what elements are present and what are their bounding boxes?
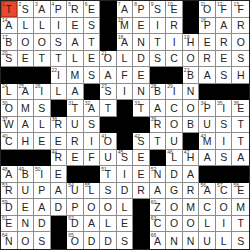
cell-r13c13[interactable]: C xyxy=(199,199,216,216)
cell-number: 18 xyxy=(118,35,124,40)
cell-r15c14[interactable]: L xyxy=(216,232,233,249)
cell-r14c15[interactable]: T xyxy=(232,216,249,233)
cell-r12c8[interactable]: D xyxy=(117,183,134,200)
cell-letter: O xyxy=(87,202,95,215)
block-cell-r14c9 xyxy=(133,216,150,233)
cell-r12c14[interactable]: 57C xyxy=(216,183,233,200)
cell-r5c8[interactable]: F xyxy=(117,67,134,84)
cell-letter: S xyxy=(88,20,95,33)
cell-r9c10[interactable]: T xyxy=(150,133,167,150)
cell-r15c1[interactable]: 64N xyxy=(1,232,18,249)
cell-r2c14[interactable]: A xyxy=(216,18,233,35)
cell-r12c6[interactable]: 55L xyxy=(84,183,101,200)
cell-letter: D xyxy=(38,218,46,231)
cell-letter: I xyxy=(123,169,126,182)
cell-number: 50 xyxy=(35,167,41,172)
cell-r3c12[interactable]: 19H xyxy=(183,34,200,51)
cell-letter: A xyxy=(71,37,78,50)
block-cell-r5c11 xyxy=(166,67,183,84)
cell-r12c7[interactable]: S xyxy=(100,183,117,200)
cell-r9c15[interactable]: T xyxy=(232,133,249,150)
cell-r6c3[interactable]: 26I xyxy=(34,84,51,101)
cell-r4c1[interactable]: 20S xyxy=(1,51,18,68)
cell-r6c4[interactable]: L xyxy=(51,84,68,101)
cell-number: 37 xyxy=(2,117,8,122)
cell-r5c4[interactable]: 22I xyxy=(51,67,68,84)
cell-r15c2[interactable]: O xyxy=(18,232,35,249)
cell-r6c5[interactable]: A xyxy=(67,84,84,101)
cell-r9c13[interactable]: 43M xyxy=(199,133,216,150)
cell-r6c12[interactable]: N xyxy=(183,84,200,101)
cell-r10c6[interactable]: F xyxy=(84,150,101,167)
cell-letter: I xyxy=(222,136,225,149)
cell-number: 31 xyxy=(68,101,74,106)
cell-r14c5[interactable]: 62D xyxy=(67,216,84,233)
cell-letter: A xyxy=(71,86,78,99)
cell-r14c6[interactable]: A xyxy=(84,216,101,233)
cell-r7c1[interactable]: 30O xyxy=(1,100,18,117)
cell-letter: N xyxy=(137,37,145,50)
block-cell-r10c2 xyxy=(18,150,35,167)
cell-r2c8[interactable]: 15M xyxy=(117,18,134,35)
cell-r9c2[interactable]: H xyxy=(18,133,35,150)
cell-letter: L xyxy=(204,218,210,231)
cell-letter: S xyxy=(38,236,45,249)
cell-r1c9[interactable]: 8P xyxy=(133,1,150,18)
cell-r14c2[interactable]: N xyxy=(18,216,35,233)
cell-letter: E xyxy=(22,202,29,215)
cell-letter: I xyxy=(156,20,159,33)
cell-number: 26 xyxy=(35,84,41,89)
cell-letter: S xyxy=(154,53,161,66)
cell-r11c1[interactable]: 48A xyxy=(1,166,18,183)
cell-number: 53 xyxy=(2,183,8,188)
cell-r12c9[interactable]: R xyxy=(133,183,150,200)
cell-r15c12[interactable]: N xyxy=(183,232,200,249)
cell-letter: I xyxy=(57,70,60,83)
cell-r4c8[interactable]: L xyxy=(117,51,134,68)
cell-r1c8[interactable]: 7A xyxy=(117,1,134,18)
cell-r15c7[interactable]: D xyxy=(100,232,117,249)
cell-r1c2[interactable]: 2S xyxy=(18,1,35,18)
cell-letter: E xyxy=(138,152,145,165)
cell-letter: R xyxy=(71,4,79,17)
cell-number: 14 xyxy=(2,18,8,23)
cell-letter: L xyxy=(72,53,78,66)
cell-r3c8[interactable]: 18A xyxy=(117,34,134,51)
cell-letter: R xyxy=(137,185,145,198)
cell-r15c3[interactable]: S xyxy=(34,232,51,249)
cell-r3c4[interactable]: S xyxy=(51,34,68,51)
cell-r2c13[interactable]: 16P xyxy=(199,18,216,35)
cell-r8c10[interactable]: 39R xyxy=(150,117,167,134)
cell-r14c1[interactable]: 61E xyxy=(1,216,18,233)
cell-r15c15[interactable]: S xyxy=(232,232,249,249)
cell-r9c9[interactable]: 42S xyxy=(133,133,150,150)
cell-number: 49 xyxy=(19,167,25,172)
cell-r7c14[interactable]: 35I xyxy=(216,100,233,117)
block-cell-r2c7 xyxy=(100,18,117,35)
cell-r4c9[interactable]: D xyxy=(133,51,150,68)
cell-r15c6[interactable]: D xyxy=(84,232,101,249)
cell-number: 30 xyxy=(2,101,8,106)
cell-r1c6[interactable]: 6E xyxy=(84,1,101,18)
cell-r14c10[interactable]: 63C xyxy=(150,216,167,233)
cell-r5c14[interactable]: S xyxy=(216,67,233,84)
cell-r2c10[interactable]: I xyxy=(150,18,167,35)
cell-r1c1[interactable]: 1T xyxy=(1,1,18,18)
cell-r9c1[interactable]: 40C xyxy=(1,133,18,150)
cell-r13c12[interactable]: M xyxy=(183,199,200,216)
cell-number: 61 xyxy=(2,216,8,221)
cell-r4c12[interactable]: O xyxy=(183,51,200,68)
cell-r1c14[interactable]: 12F xyxy=(216,1,233,18)
cell-r5c7[interactable]: A xyxy=(100,67,117,84)
cell-r13c6[interactable]: O xyxy=(84,199,101,216)
cell-r6c11[interactable]: 29I xyxy=(166,84,183,101)
cell-r3c1[interactable]: 17B xyxy=(1,34,18,51)
cell-r7c12[interactable]: O xyxy=(183,100,200,117)
cell-r15c13[interactable]: U xyxy=(199,232,216,249)
cell-letter: S xyxy=(220,152,227,165)
cell-r3c15[interactable]: O xyxy=(232,34,249,51)
cell-r10c5[interactable]: E xyxy=(67,150,84,167)
cell-r3c13[interactable]: E xyxy=(199,34,216,51)
cell-letter: I xyxy=(173,37,176,50)
crossword-grid: 1T2S3A4P5R6E7A8P9S10E11O12F13F14ALLIES15… xyxy=(0,0,250,250)
cell-r1c15[interactable]: 13F xyxy=(232,1,249,18)
cell-letter: D xyxy=(170,169,178,182)
cell-number: 36 xyxy=(233,101,239,106)
cell-r7c3[interactable]: S xyxy=(34,100,51,117)
cell-letter: S xyxy=(88,119,95,132)
cell-letter: T xyxy=(6,4,12,17)
cell-number: 24 xyxy=(2,84,8,89)
cell-r12c1[interactable]: 53R xyxy=(1,183,18,200)
cell-r4c5[interactable]: L xyxy=(67,51,84,68)
cell-letter: T xyxy=(238,218,244,231)
cell-r13c10[interactable]: 60Z xyxy=(150,199,167,216)
cell-r6c9[interactable]: N xyxy=(133,84,150,101)
cell-r6c7[interactable]: 27S xyxy=(100,84,117,101)
cell-r4c10[interactable]: S xyxy=(150,51,167,68)
cell-r14c14[interactable]: I xyxy=(216,216,233,233)
cell-letter: O xyxy=(187,53,195,66)
cell-letter: O xyxy=(170,202,178,215)
cell-letter: E xyxy=(55,169,62,182)
cell-letter: E xyxy=(55,136,62,149)
block-cell-r8c7 xyxy=(100,117,117,134)
cell-r5c15[interactable]: H xyxy=(232,67,249,84)
cell-number: 63 xyxy=(151,216,157,221)
cell-r15c8[interactable]: S xyxy=(117,232,134,249)
cell-r12c4[interactable]: A xyxy=(51,183,68,200)
cell-r10c8[interactable]: 45S xyxy=(117,150,134,167)
block-cell-r5c2 xyxy=(18,67,35,84)
cell-r13c14[interactable]: O xyxy=(216,199,233,216)
cell-r13c15[interactable]: M xyxy=(232,199,249,216)
cell-r11c4[interactable]: E xyxy=(51,166,68,183)
cell-r11c9[interactable]: E xyxy=(133,166,150,183)
cell-r9c4[interactable]: E xyxy=(51,133,68,150)
cell-r12c13[interactable]: 56A xyxy=(199,183,216,200)
block-cell-r11c6 xyxy=(84,166,101,183)
cell-r13c3[interactable]: A xyxy=(34,199,51,216)
cell-r2c4[interactable]: I xyxy=(51,18,68,35)
cell-r11c8[interactable]: I xyxy=(117,166,134,183)
cell-r12c2[interactable]: U xyxy=(18,183,35,200)
cell-number: 41 xyxy=(101,134,107,139)
cell-r10c7[interactable]: U xyxy=(100,150,117,167)
cell-r5c5[interactable]: M xyxy=(67,67,84,84)
cell-r15c5[interactable]: 65O xyxy=(67,232,84,249)
cell-letter: O xyxy=(170,218,178,231)
cell-letter: D xyxy=(137,53,145,66)
cell-number: 43 xyxy=(200,134,206,139)
cell-r11c12[interactable]: A xyxy=(183,166,200,183)
block-cell-r13c9 xyxy=(133,199,150,216)
cell-r10c11[interactable]: 46L xyxy=(166,150,183,167)
cell-letter: C xyxy=(170,103,178,116)
cell-r13c11[interactable]: O xyxy=(166,199,183,216)
cell-r11c10[interactable]: 52N xyxy=(150,166,167,183)
cell-r9c5[interactable]: R xyxy=(67,133,84,150)
cell-r10c12[interactable]: 47H xyxy=(183,150,200,167)
block-cell-r7c8 xyxy=(117,100,134,117)
cell-r2c11[interactable]: R xyxy=(166,18,183,35)
cell-r14c8[interactable]: E xyxy=(117,216,134,233)
cell-r2c1[interactable]: 14A xyxy=(1,18,18,35)
block-cell-r10c3 xyxy=(34,150,51,167)
cell-r4c15[interactable]: S xyxy=(232,51,249,68)
cell-r9c3[interactable]: E xyxy=(34,133,51,150)
cell-number: 56 xyxy=(200,183,206,188)
cell-r14c7[interactable]: L xyxy=(100,216,117,233)
cell-r1c13[interactable]: 11O xyxy=(199,1,216,18)
cell-r7c15[interactable]: 36E xyxy=(232,100,249,117)
cell-r14c3[interactable]: D xyxy=(34,216,51,233)
cell-r9c6[interactable]: I xyxy=(84,133,101,150)
cell-letter: T xyxy=(154,136,160,149)
block-cell-r1c7 xyxy=(100,1,117,18)
cell-letter: S xyxy=(104,185,111,198)
cell-r8c11[interactable]: O xyxy=(166,117,183,134)
cell-letter: O xyxy=(220,202,228,215)
cell-r13c4[interactable]: D xyxy=(51,199,68,216)
cell-r8c4[interactable]: 38R xyxy=(51,117,68,134)
block-cell-r15c9 xyxy=(133,232,150,249)
cell-r3c10[interactable]: T xyxy=(150,34,167,51)
cell-number: 45 xyxy=(118,150,124,155)
cell-r8c14[interactable]: S xyxy=(216,117,233,134)
cell-letter: P xyxy=(71,202,78,215)
cell-r4c2[interactable]: E xyxy=(18,51,35,68)
cell-r8c15[interactable]: T xyxy=(232,117,249,134)
cell-r14c13[interactable]: L xyxy=(199,216,216,233)
cell-r12c15[interactable]: 58E xyxy=(232,183,249,200)
cell-r8c5[interactable]: U xyxy=(67,117,84,134)
cell-r3c9[interactable]: N xyxy=(133,34,150,51)
cell-letter: S xyxy=(220,70,227,83)
cell-r7c5[interactable]: 31T xyxy=(67,100,84,117)
block-cell-r10c10 xyxy=(150,150,167,167)
cell-r12c5[interactable]: 54U xyxy=(67,183,84,200)
cell-letter: D xyxy=(55,202,63,215)
cell-r3c14[interactable]: R xyxy=(216,34,233,51)
cell-letter: A xyxy=(104,70,111,83)
cell-r1c10[interactable]: 9S xyxy=(150,1,167,18)
cell-r11c2[interactable]: 49B xyxy=(18,166,35,183)
cell-letter: R xyxy=(237,20,245,33)
cell-letter: E xyxy=(22,53,29,66)
cell-r11c11[interactable]: D xyxy=(166,166,183,183)
cell-r9c14[interactable]: I xyxy=(216,133,233,150)
cell-r4c7[interactable]: 21O xyxy=(100,51,117,68)
cell-r13c5[interactable]: P xyxy=(67,199,84,216)
cell-number: 29 xyxy=(167,84,173,89)
cell-number: 46 xyxy=(167,150,173,155)
cell-letter: U xyxy=(104,152,112,165)
cell-number: 16 xyxy=(200,18,206,23)
cell-letter: A xyxy=(154,103,161,116)
cell-r14c12[interactable]: O xyxy=(183,216,200,233)
cell-r8c1[interactable]: 37W xyxy=(1,117,18,134)
cell-r15c10[interactable]: 66A xyxy=(150,232,167,249)
cell-letter: T xyxy=(39,53,45,66)
cell-r10c9[interactable]: E xyxy=(133,150,150,167)
block-cell-r5c3 xyxy=(34,67,51,84)
cell-r4c13[interactable]: R xyxy=(199,51,216,68)
block-cell-r10c1 xyxy=(1,150,18,167)
cell-r3c2[interactable]: O xyxy=(18,34,35,51)
cell-r10c13[interactable]: A xyxy=(199,150,216,167)
cell-number: 54 xyxy=(68,183,74,188)
cell-letter: G xyxy=(170,185,178,198)
cell-r7c9[interactable]: 33T xyxy=(133,100,150,117)
cell-letter: O xyxy=(170,119,178,132)
cell-r7c7[interactable]: T xyxy=(100,100,117,117)
cell-letter: L xyxy=(39,20,45,33)
cell-letter: A xyxy=(121,4,128,17)
block-cell-r11c13 xyxy=(199,166,216,183)
cell-r2c6[interactable]: S xyxy=(84,18,101,35)
cell-r1c11[interactable]: 10E xyxy=(166,1,183,18)
cell-letter: M xyxy=(236,202,245,215)
cell-r9c7[interactable]: 41O xyxy=(100,133,117,150)
cell-r13c8[interactable]: L xyxy=(117,199,134,216)
cell-letter: M xyxy=(21,103,30,116)
cell-r5c12[interactable]: 23B xyxy=(183,67,200,84)
cell-r7c2[interactable]: M xyxy=(18,100,35,117)
cell-r2c2[interactable]: L xyxy=(18,18,35,35)
cell-r3c5[interactable]: A xyxy=(67,34,84,51)
cell-r4c3[interactable]: T xyxy=(34,51,51,68)
cell-r6c1[interactable]: 24L xyxy=(1,84,18,101)
cell-r4c4[interactable]: T xyxy=(51,51,68,68)
cell-r12c12[interactable]: R xyxy=(183,183,200,200)
cell-letter: U xyxy=(170,136,178,149)
cell-r12c10[interactable]: A xyxy=(150,183,167,200)
cell-r7c10[interactable]: A xyxy=(150,100,167,117)
cell-number: 48 xyxy=(2,167,8,172)
cell-letter: C xyxy=(170,53,178,66)
cell-letter: R xyxy=(170,20,178,33)
cell-number: 51 xyxy=(101,167,107,172)
cell-letter: N xyxy=(22,218,30,231)
cell-r7c11[interactable]: C xyxy=(166,100,183,117)
cell-letter: E xyxy=(71,152,78,165)
cell-r5c6[interactable]: S xyxy=(84,67,101,84)
cell-r15c11[interactable]: N xyxy=(166,232,183,249)
cell-letter: O xyxy=(21,37,29,50)
cell-r5c13[interactable]: A xyxy=(199,67,216,84)
cell-letter: E xyxy=(138,169,145,182)
cell-r8c2[interactable]: A xyxy=(18,117,35,134)
cell-r2c3[interactable]: L xyxy=(34,18,51,35)
cell-r8c3[interactable]: L xyxy=(34,117,51,134)
cell-r3c11[interactable]: I xyxy=(166,34,183,51)
cell-letter: D xyxy=(104,236,112,249)
cell-r2c9[interactable]: E xyxy=(133,18,150,35)
cell-number: 32 xyxy=(85,101,91,106)
cell-r13c1[interactable]: 59D xyxy=(1,199,18,216)
cell-number: 4 xyxy=(52,2,55,7)
cell-r4c11[interactable]: C xyxy=(166,51,183,68)
cell-r2c5[interactable]: E xyxy=(67,18,84,35)
cell-r7c13[interactable]: 34P xyxy=(199,100,216,117)
cell-r1c3[interactable]: 3A xyxy=(34,1,51,18)
cell-r14c11[interactable]: O xyxy=(166,216,183,233)
cell-r6c10[interactable]: 28B xyxy=(150,84,167,101)
cell-r8c13[interactable]: U xyxy=(199,117,216,134)
cell-r1c4[interactable]: 4P xyxy=(51,1,68,18)
cell-r13c2[interactable]: E xyxy=(18,199,35,216)
cell-r6c8[interactable]: I xyxy=(117,84,134,101)
cell-number: 38 xyxy=(52,117,58,122)
cell-letter: U xyxy=(203,119,211,132)
cell-r8c6[interactable]: S xyxy=(84,117,101,134)
cell-r3c3[interactable]: O xyxy=(34,34,51,51)
cell-r4c6[interactable]: E xyxy=(84,51,101,68)
cell-r11c7[interactable]: 51T xyxy=(100,166,117,183)
cell-r6c2[interactable]: 25A xyxy=(18,84,35,101)
cell-r10c15[interactable]: A xyxy=(232,150,249,167)
cell-r3c6[interactable]: T xyxy=(84,34,101,51)
cell-r2c15[interactable]: R xyxy=(232,18,249,35)
cell-r9c11[interactable]: U xyxy=(166,133,183,150)
cell-number: 21 xyxy=(101,51,107,56)
cell-r8c12[interactable]: B xyxy=(183,117,200,134)
cell-r12c3[interactable]: P xyxy=(34,183,51,200)
cell-letter: H xyxy=(22,136,30,149)
cell-r7c6[interactable]: 32A xyxy=(84,100,101,117)
cell-r4c14[interactable]: E xyxy=(216,51,233,68)
cell-letter: A xyxy=(204,152,211,165)
cell-number: 7 xyxy=(118,2,121,7)
cell-r1c5[interactable]: 5R xyxy=(67,1,84,18)
cell-r10c4[interactable]: 44R xyxy=(51,150,68,167)
cell-letter: S xyxy=(237,53,244,66)
cell-number: 44 xyxy=(52,150,58,155)
cell-number: 19 xyxy=(184,35,190,40)
block-cell-r3c7 xyxy=(100,34,117,51)
cell-r11c3[interactable]: 50I xyxy=(34,166,51,183)
cell-r12c11[interactable]: G xyxy=(166,183,183,200)
cell-r10c14[interactable]: S xyxy=(216,150,233,167)
block-cell-r6c13 xyxy=(199,84,216,101)
cell-r5c9[interactable]: E xyxy=(133,67,150,84)
cell-r13c7[interactable]: O xyxy=(100,199,117,216)
